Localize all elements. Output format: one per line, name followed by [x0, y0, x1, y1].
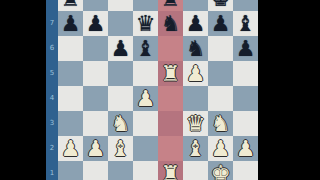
square-b5[interactable] [83, 61, 108, 86]
square-f5[interactable]: ♟ [183, 61, 208, 86]
rank-label-8: 8 [46, 0, 58, 11]
square-c8[interactable] [108, 0, 133, 11]
square-e8[interactable]: ♜ [158, 0, 183, 11]
square-g3[interactable]: ♞ [208, 111, 233, 136]
square-e5[interactable]: ♜ [158, 61, 183, 86]
square-d6[interactable]: ♝ [133, 36, 158, 61]
square-b8[interactable] [83, 0, 108, 11]
square-c5[interactable] [108, 61, 133, 86]
square-f8[interactable] [183, 0, 208, 11]
square-g8[interactable]: ♚ [208, 0, 233, 11]
square-a6[interactable] [58, 36, 83, 61]
piece-white-rook: ♜ [161, 61, 181, 86]
square-a5[interactable] [58, 61, 83, 86]
square-d4[interactable]: ♟ [133, 86, 158, 111]
piece-black-pawn: ♟ [61, 11, 81, 36]
piece-white-pawn: ♟ [236, 136, 256, 161]
square-g7[interactable]: ♟ [208, 11, 233, 36]
square-h8[interactable] [233, 0, 258, 11]
square-g2[interactable]: ♟ [208, 136, 233, 161]
square-e1[interactable]: ♜ [158, 161, 183, 180]
square-b2[interactable]: ♟ [83, 136, 108, 161]
piece-black-rook: ♜ [61, 0, 81, 11]
piece-black-bishop: ♝ [236, 11, 256, 36]
rank-label-1: 1 [46, 161, 58, 180]
square-c2[interactable]: ♝ [108, 136, 133, 161]
piece-black-king: ♚ [211, 0, 231, 11]
rank-label-5: 5 [46, 61, 58, 86]
square-b7[interactable]: ♟ [83, 11, 108, 36]
square-c1[interactable] [108, 161, 133, 180]
square-h6[interactable]: ♟ [233, 36, 258, 61]
square-a8[interactable]: ♜ [58, 0, 83, 11]
square-f2[interactable]: ♝ [183, 136, 208, 161]
piece-black-pawn: ♟ [186, 11, 206, 36]
piece-black-bishop: ♝ [136, 36, 156, 61]
rank-label-3: 3 [46, 111, 58, 136]
piece-black-pawn: ♟ [211, 11, 231, 36]
square-b4[interactable] [83, 86, 108, 111]
square-h5[interactable] [233, 61, 258, 86]
piece-white-bishop: ♝ [186, 136, 206, 161]
piece-white-pawn: ♟ [211, 136, 231, 161]
rank-label-2: 2 [46, 136, 58, 161]
piece-black-pawn: ♟ [236, 36, 256, 61]
square-d1[interactable] [133, 161, 158, 180]
square-d7[interactable]: ♛ [133, 11, 158, 36]
square-e6[interactable] [158, 36, 183, 61]
square-e4[interactable] [158, 86, 183, 111]
square-d5[interactable] [133, 61, 158, 86]
piece-white-pawn: ♟ [61, 136, 81, 161]
square-b1[interactable] [83, 161, 108, 180]
piece-white-knight: ♞ [111, 111, 131, 136]
piece-white-king: ♚ [211, 161, 231, 180]
square-h1[interactable] [233, 161, 258, 180]
piece-white-knight: ♞ [211, 111, 231, 136]
square-a4[interactable] [58, 86, 83, 111]
square-g5[interactable] [208, 61, 233, 86]
square-e2[interactable] [158, 136, 183, 161]
square-c6[interactable]: ♟ [108, 36, 133, 61]
piece-black-queen: ♛ [136, 11, 156, 36]
piece-black-knight: ♞ [161, 11, 181, 36]
piece-black-pawn: ♟ [86, 11, 106, 36]
square-e7[interactable]: ♞ [158, 11, 183, 36]
square-g4[interactable] [208, 86, 233, 111]
piece-white-queen: ♛ [186, 111, 206, 136]
piece-white-pawn: ♟ [136, 86, 156, 111]
square-d8[interactable] [133, 0, 158, 11]
square-f3[interactable]: ♛ [183, 111, 208, 136]
rank-label-6: 6 [46, 36, 58, 61]
square-h7[interactable]: ♝ [233, 11, 258, 36]
square-b6[interactable] [83, 36, 108, 61]
square-e3[interactable] [158, 111, 183, 136]
square-b3[interactable] [83, 111, 108, 136]
square-g6[interactable] [208, 36, 233, 61]
square-a7[interactable]: ♟ [58, 11, 83, 36]
chess-board: ♜♜♚♟♟♛♞♟♟♝♟♝♞♟♜♟♟♞♛♞♟♟♝♝♟♟♜♚ [58, 0, 258, 180]
piece-black-rook: ♜ [161, 0, 181, 11]
square-f6[interactable]: ♞ [183, 36, 208, 61]
square-g1[interactable]: ♚ [208, 161, 233, 180]
square-a2[interactable]: ♟ [58, 136, 83, 161]
chess-app-screen: 87654321 ♜♜♚♟♟♛♞♟♟♝♟♝♞♟♜♟♟♞♛♞♟♟♝♝♟♟♜♚ [0, 0, 320, 180]
rank-label-4: 4 [46, 86, 58, 111]
piece-white-pawn: ♟ [186, 61, 206, 86]
square-a1[interactable] [58, 161, 83, 180]
square-f7[interactable]: ♟ [183, 11, 208, 36]
piece-white-rook: ♜ [161, 161, 181, 180]
piece-white-bishop: ♝ [111, 136, 131, 161]
rank-label-7: 7 [46, 11, 58, 36]
square-f4[interactable] [183, 86, 208, 111]
square-f1[interactable] [183, 161, 208, 180]
square-h4[interactable] [233, 86, 258, 111]
square-d2[interactable] [133, 136, 158, 161]
rank-label-strip: 87654321 [46, 0, 58, 180]
square-d3[interactable] [133, 111, 158, 136]
piece-black-pawn: ♟ [111, 36, 131, 61]
square-c4[interactable] [108, 86, 133, 111]
square-h2[interactable]: ♟ [233, 136, 258, 161]
square-c7[interactable] [108, 11, 133, 36]
square-c3[interactable]: ♞ [108, 111, 133, 136]
piece-white-pawn: ♟ [86, 136, 106, 161]
square-h3[interactable] [233, 111, 258, 136]
piece-black-knight: ♞ [186, 36, 206, 61]
square-a3[interactable] [58, 111, 83, 136]
